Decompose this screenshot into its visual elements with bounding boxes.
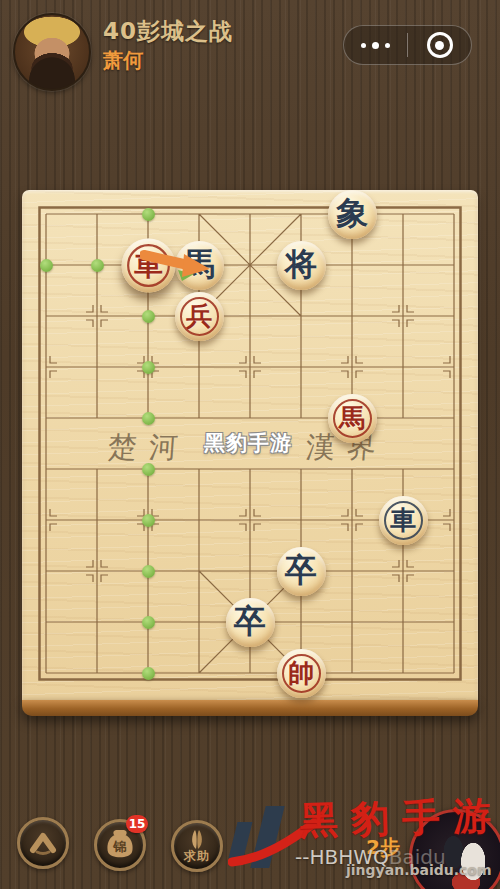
move-hint-dot[interactable] xyxy=(142,208,155,221)
red-piece-馬[interactable]: 馬 xyxy=(328,394,377,443)
red-piece-帥[interactable]: 帥 xyxy=(277,649,326,698)
move-hint-dot[interactable] xyxy=(142,514,155,527)
svg-text:锦: 锦 xyxy=(113,839,127,854)
board-bottom-edge xyxy=(22,700,478,716)
black-piece-卒[interactable]: 卒 xyxy=(277,547,326,596)
black-piece-車[interactable]: 車 xyxy=(379,496,428,545)
praying-hands-icon xyxy=(184,828,210,850)
puzzle-subtitle: 萧何 xyxy=(103,47,143,74)
puzzle-title: 40彭城之战 xyxy=(103,16,233,47)
hint-count-badge: 15 xyxy=(126,815,148,833)
move-hint-dot[interactable] xyxy=(91,259,104,272)
xiangqi-puzzle-screen: { "game": "xiangqi", "app": { "title": "… xyxy=(0,0,500,889)
ask-help-button[interactable]: 求助 xyxy=(171,820,223,872)
move-hint-dot[interactable] xyxy=(142,565,155,578)
move-hint-dot[interactable] xyxy=(142,463,155,476)
center-watermark: 黑豹手游 xyxy=(204,429,292,457)
more-icon[interactable] xyxy=(344,42,407,49)
move-hint-dot[interactable] xyxy=(142,361,155,374)
move-arrow-icon xyxy=(140,246,216,286)
collapse-menu-button[interactable] xyxy=(17,817,69,869)
exit-target-icon[interactable] xyxy=(408,32,471,58)
move-hint-dot[interactable] xyxy=(142,667,155,680)
miniprogram-capsule xyxy=(343,25,472,65)
player-avatar[interactable] xyxy=(13,13,91,91)
black-piece-象[interactable]: 象 xyxy=(328,190,377,239)
watermark-url: jingyan.baidu.com xyxy=(346,862,492,878)
black-piece-将[interactable]: 将 xyxy=(277,241,326,290)
help-label: 求助 xyxy=(184,848,210,865)
move-hint-dot[interactable] xyxy=(142,412,155,425)
move-hint-dot[interactable] xyxy=(142,616,155,629)
move-hint-dot[interactable] xyxy=(40,259,53,272)
red-piece-兵[interactable]: 兵 xyxy=(175,292,224,341)
move-hint-dot[interactable] xyxy=(142,310,155,323)
chevron-up-icon xyxy=(26,828,60,858)
black-piece-卒[interactable]: 卒 xyxy=(226,598,275,647)
